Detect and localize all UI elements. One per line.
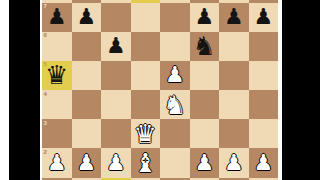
black-pawn[interactable]: ♟ — [47, 6, 67, 28]
square-f5[interactable] — [190, 61, 220, 90]
square-g6[interactable] — [219, 32, 249, 61]
square-f1[interactable] — [190, 178, 220, 180]
square-c1[interactable] — [101, 178, 131, 180]
square-b6[interactable] — [72, 32, 102, 61]
square-b2[interactable]: ♟ — [72, 148, 102, 177]
left-page-margin — [0, 0, 9, 180]
square-h2[interactable]: ♟ — [249, 148, 279, 177]
square-a6[interactable]: 6 — [42, 32, 72, 61]
square-g5[interactable] — [219, 61, 249, 90]
square-h6[interactable] — [249, 32, 279, 61]
square-b4[interactable] — [72, 90, 102, 119]
square-f3[interactable] — [190, 119, 220, 148]
square-c6[interactable]: ♟ — [101, 32, 131, 61]
white-pawn[interactable]: ♟ — [106, 152, 126, 174]
square-a1[interactable] — [42, 178, 72, 180]
square-f2[interactable]: ♟ — [190, 148, 220, 177]
square-e6[interactable] — [160, 32, 190, 61]
square-c7[interactable] — [101, 3, 131, 32]
black-pawn[interactable]: ♟ — [194, 6, 214, 28]
rank-label-3: 3 — [44, 120, 47, 126]
square-b3[interactable] — [72, 119, 102, 148]
square-a4[interactable]: 4 — [42, 90, 72, 119]
square-c2[interactable]: ♟ — [101, 148, 131, 177]
chess-board[interactable]: 7♟♟♟♟♟6♟♞5♛♟4♞3♛2♟♟♟♝♟♟♟ — [42, 0, 278, 180]
square-f7[interactable]: ♟ — [190, 3, 220, 32]
square-b5[interactable] — [72, 61, 102, 90]
square-e7[interactable] — [160, 3, 190, 32]
white-bishop[interactable]: ♝ — [134, 150, 157, 176]
square-d7[interactable] — [131, 3, 161, 32]
square-e4[interactable]: ♞ — [160, 90, 190, 119]
square-d6[interactable] — [131, 32, 161, 61]
white-queen[interactable]: ♛ — [134, 121, 157, 147]
square-h1[interactable] — [249, 178, 279, 180]
square-g3[interactable] — [219, 119, 249, 148]
right-black-bar — [282, 0, 320, 180]
left-black-bar — [9, 0, 40, 180]
black-queen[interactable]: ♛ — [45, 62, 68, 88]
square-d1[interactable] — [131, 178, 161, 180]
square-b1[interactable] — [72, 178, 102, 180]
white-pawn[interactable]: ♟ — [224, 152, 244, 174]
square-c4[interactable] — [101, 90, 131, 119]
square-g4[interactable] — [219, 90, 249, 119]
square-h3[interactable] — [249, 119, 279, 148]
square-c3[interactable] — [101, 119, 131, 148]
square-h7[interactable]: ♟ — [249, 3, 279, 32]
black-pawn[interactable]: ♟ — [76, 6, 96, 28]
square-a7[interactable]: 7♟ — [42, 3, 72, 32]
square-g1[interactable] — [219, 178, 249, 180]
black-pawn[interactable]: ♟ — [106, 35, 126, 57]
square-f4[interactable] — [190, 90, 220, 119]
square-d4[interactable] — [131, 90, 161, 119]
white-pawn[interactable]: ♟ — [165, 64, 185, 86]
square-a3[interactable]: 3 — [42, 119, 72, 148]
square-a5[interactable]: 5♛ — [42, 61, 72, 90]
video-frame: 7♟♟♟♟♟6♟♞5♛♟4♞3♛2♟♟♟♝♟♟♟ — [0, 0, 320, 180]
square-g2[interactable]: ♟ — [219, 148, 249, 177]
square-g7[interactable]: ♟ — [219, 3, 249, 32]
square-d2[interactable]: ♝ — [131, 148, 161, 177]
square-a2[interactable]: 2♟ — [42, 148, 72, 177]
white-pawn[interactable]: ♟ — [76, 152, 96, 174]
square-h5[interactable] — [249, 61, 279, 90]
white-pawn[interactable]: ♟ — [47, 152, 67, 174]
square-e5[interactable]: ♟ — [160, 61, 190, 90]
white-pawn[interactable]: ♟ — [253, 152, 273, 174]
square-b7[interactable]: ♟ — [72, 3, 102, 32]
white-knight[interactable]: ♞ — [163, 92, 186, 118]
white-pawn[interactable]: ♟ — [194, 152, 214, 174]
square-e3[interactable] — [160, 119, 190, 148]
rank-label-4: 4 — [44, 91, 47, 97]
black-pawn[interactable]: ♟ — [253, 6, 273, 28]
rank-label-6: 6 — [44, 32, 47, 38]
square-h4[interactable] — [249, 90, 279, 119]
square-e2[interactable] — [160, 148, 190, 177]
black-knight[interactable]: ♞ — [193, 33, 216, 59]
square-d3[interactable]: ♛ — [131, 119, 161, 148]
square-d5[interactable] — [131, 61, 161, 90]
square-f6[interactable]: ♞ — [190, 32, 220, 61]
black-pawn[interactable]: ♟ — [224, 6, 244, 28]
square-e1[interactable] — [160, 178, 190, 180]
square-c5[interactable] — [101, 61, 131, 90]
